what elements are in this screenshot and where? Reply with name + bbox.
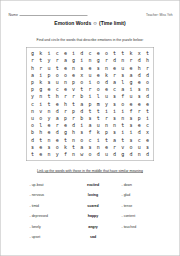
grid-cell: b xyxy=(78,115,86,122)
grid-cell: e xyxy=(127,100,135,107)
grid-cell: o xyxy=(143,79,151,86)
grid-cell: t xyxy=(119,136,127,143)
keyword-middle: happy xyxy=(71,214,116,218)
grid-cell: e xyxy=(94,50,102,57)
grid-cell: t xyxy=(102,136,110,143)
worksheet-page: Name Teacher: Miss Yeh Emotion Words ☺ (… xyxy=(0,0,180,256)
grid-cell: a xyxy=(53,115,61,122)
grid-cell: e xyxy=(61,122,69,129)
grid-cell: f xyxy=(127,108,135,115)
synonym-left: - up-beat xyxy=(1,183,71,187)
grid-cell: x xyxy=(143,129,151,136)
grid-cell: y xyxy=(45,115,53,122)
grid-cell: o xyxy=(29,122,37,129)
grid-cell: d xyxy=(102,79,110,86)
grid-cell: r xyxy=(61,108,69,115)
grid-cell: e xyxy=(94,72,102,79)
grid-cell: f xyxy=(61,151,69,158)
grid-cell: u xyxy=(102,93,110,100)
grid-cell: d xyxy=(53,129,61,136)
grid-cell: d xyxy=(135,72,143,79)
grid-cell: p xyxy=(29,86,37,93)
grid-cell: e xyxy=(53,136,61,143)
grid-cell: p xyxy=(69,79,77,86)
grid-cell: t xyxy=(37,57,45,64)
grid-cell: s xyxy=(127,122,135,129)
grid-cell: p xyxy=(102,129,110,136)
grid-cell: o xyxy=(86,151,94,158)
grid-cell: g xyxy=(37,86,45,93)
grid-cell: a xyxy=(78,144,86,151)
grid-cell: c xyxy=(86,50,94,57)
grid-cell: i xyxy=(94,136,102,143)
grid-cell: i xyxy=(110,108,118,115)
grid-cell: f xyxy=(119,93,127,100)
grid-cell: t xyxy=(29,151,37,158)
grid-cell: r xyxy=(143,64,151,71)
grid-cell: s xyxy=(86,115,94,122)
grid-cell: p xyxy=(29,79,37,86)
grid-cell: c xyxy=(53,50,61,57)
grid-cell: s xyxy=(143,144,151,151)
grid-cell: s xyxy=(127,115,135,122)
grid-cell: o xyxy=(94,79,102,86)
grid-cell: n xyxy=(29,108,37,115)
keyword-middle: scared xyxy=(71,204,116,208)
grid-cell: d xyxy=(110,57,118,64)
grid-cell: t xyxy=(110,50,118,57)
grid-cell: i xyxy=(127,129,135,136)
grid-cell: e xyxy=(61,86,69,93)
grid-cell: e xyxy=(135,122,143,129)
grid-cell: g xyxy=(94,57,102,64)
grid-cell: a xyxy=(110,136,118,143)
grid-cell: h xyxy=(37,129,45,136)
grid-cell: o xyxy=(53,144,61,151)
page-header: Name Teacher: Miss Yeh xyxy=(1,1,180,17)
grid-cell: r xyxy=(69,115,77,122)
grid-cell: s xyxy=(110,100,118,107)
keyword-middle: sad xyxy=(71,235,116,239)
grid-cell: r xyxy=(102,115,110,122)
grid-cell: n xyxy=(45,136,53,143)
grid-cell: r xyxy=(37,64,45,71)
grid-cell: d xyxy=(53,108,61,115)
grid-cell: h xyxy=(53,93,61,100)
grid-cell: g xyxy=(119,151,127,158)
grid-cell: o xyxy=(53,72,61,79)
grid-cell: i xyxy=(86,93,94,100)
grid-cell: a xyxy=(29,72,37,79)
grid-cell: p xyxy=(45,72,53,79)
grid-cell: l xyxy=(94,93,102,100)
grid-cell: i xyxy=(78,122,86,129)
grid-cell: a xyxy=(86,122,94,129)
grid-cell: r xyxy=(69,93,77,100)
grid-cell: r xyxy=(86,86,94,93)
grid-cell: c xyxy=(143,122,151,129)
grid-cell: s xyxy=(45,144,53,151)
synonym-left: - depressed xyxy=(1,214,71,218)
grid-cell: d xyxy=(127,151,135,158)
grid-cell: n xyxy=(119,115,127,122)
grid-cell: n xyxy=(86,57,94,64)
grid-cell: e xyxy=(135,79,143,86)
grid-cell: n xyxy=(45,108,53,115)
grid-cell: k xyxy=(37,50,45,57)
grid-cell: n xyxy=(37,93,45,100)
grid-cell: s xyxy=(78,64,86,71)
grid-cell: v xyxy=(119,144,127,151)
matching-rows: - up-beatexcited- down- nervousloving- g… xyxy=(1,179,180,242)
grid-cell: o xyxy=(78,79,86,86)
grid-cell: t xyxy=(37,136,45,143)
grid-cell: e xyxy=(45,86,53,93)
match-row: - lonelyangry- touched xyxy=(1,221,180,232)
grid-cell: i xyxy=(119,129,127,136)
grid-cell: v xyxy=(69,86,77,93)
grid-cell: s xyxy=(127,136,135,143)
grid-cell: k xyxy=(127,50,135,57)
grid-cell: i xyxy=(69,50,77,57)
grid-cell: u xyxy=(127,93,135,100)
grid-cell: s xyxy=(119,72,127,79)
grid-cell: s xyxy=(110,93,118,100)
grid-cell: s xyxy=(135,86,143,93)
grid-cell: e xyxy=(37,151,45,158)
name-label: Name xyxy=(9,13,18,17)
matching-instruction: Link up the words with those in the midd… xyxy=(1,169,180,173)
grid-cell: e xyxy=(102,86,110,93)
grid-cell: h xyxy=(29,64,37,71)
grid-cell: n xyxy=(110,122,118,129)
grid-cell: d xyxy=(143,93,151,100)
grid-cell: c xyxy=(110,86,118,93)
grid-cell: c xyxy=(29,100,37,107)
keyword-middle: loving xyxy=(71,193,116,197)
grid-cell: s xyxy=(135,93,143,100)
grid-cell: o xyxy=(37,115,45,122)
grid-cell: t xyxy=(143,108,151,115)
page-title: Emotion Words ☺ (Time limit) xyxy=(1,21,180,27)
grid-cell: h xyxy=(69,129,77,136)
grid-cell: g xyxy=(69,57,77,64)
match-row: - upsetsad xyxy=(1,232,180,243)
grid-cell: g xyxy=(127,79,135,86)
grid-cell: a xyxy=(110,79,118,86)
grid-cell: n xyxy=(102,122,110,129)
grid-cell: d xyxy=(29,136,37,143)
grid-cell: t xyxy=(119,50,127,57)
grid-cell: r xyxy=(110,144,118,151)
grid-cell: b xyxy=(78,93,86,100)
grid-cell: r xyxy=(53,57,61,64)
grid-cell: l xyxy=(37,122,45,129)
grid-cell: d xyxy=(110,151,118,158)
grid-cell: u xyxy=(45,64,53,71)
grid-cell: a xyxy=(119,86,127,93)
grid-cell: c xyxy=(86,136,94,143)
grid-cell: y xyxy=(29,93,37,100)
grid-cell: h xyxy=(135,64,143,71)
grid-cell: a xyxy=(127,72,135,79)
grid-cell: r xyxy=(102,57,110,64)
grid-cell: y xyxy=(102,100,110,107)
grid-cell: s xyxy=(86,144,94,151)
grid-cell: n xyxy=(94,144,102,151)
grid-cell: r xyxy=(110,72,118,79)
grid-cell: e xyxy=(86,64,94,71)
grid-cell: n xyxy=(69,151,77,158)
grid-cell: n xyxy=(102,64,110,71)
grid-cell: n xyxy=(143,86,151,93)
grid-cell: o xyxy=(127,144,135,151)
grid-cell: r xyxy=(53,122,61,129)
grid-cell: t xyxy=(45,93,53,100)
grid-cell: i xyxy=(78,57,86,64)
grid-cell: x xyxy=(135,50,143,57)
grid-cell: e xyxy=(143,100,151,107)
grid-cell: t xyxy=(94,108,102,115)
grid-cell: o xyxy=(102,50,110,57)
grid-cell: d xyxy=(78,50,86,57)
grid-cell: t xyxy=(45,100,53,107)
grid-cell: p xyxy=(86,100,94,107)
grid-cell: o xyxy=(94,86,102,93)
grid-cell: e xyxy=(69,72,77,79)
match-row: - timidscared- tense xyxy=(1,200,180,211)
grid-cell: s xyxy=(78,129,86,136)
synonym-right: - tense xyxy=(116,204,180,208)
grid-cell: g xyxy=(29,50,37,57)
synonym-left: - nervous xyxy=(1,193,71,197)
grid-cell: u xyxy=(86,72,94,79)
grid-cell: u xyxy=(53,79,61,86)
grid-cell: n xyxy=(61,79,69,86)
grid-cell: i xyxy=(86,79,94,86)
grid-cell: e xyxy=(53,100,61,107)
grid-cell: i xyxy=(127,86,135,93)
grid-cell: f xyxy=(86,129,94,136)
grid-cell: s xyxy=(29,144,37,151)
grid-cell: s xyxy=(45,79,53,86)
grid-cell: a xyxy=(61,57,69,64)
match-row: - depressedhappy- content xyxy=(1,211,180,222)
synonym-right: - touched xyxy=(116,225,180,229)
word-search-box: gkiceidceottkxtrtyragingrdnrdhhrutensesn… xyxy=(26,47,154,161)
teacher-label: Teacher: Miss Yeh xyxy=(146,13,172,17)
grid-cell: e xyxy=(37,144,45,151)
match-row: - up-beatexcited- down xyxy=(1,179,180,190)
grid-cell: t xyxy=(119,122,127,129)
grid-cell: r xyxy=(127,57,135,64)
grid-cell: p xyxy=(61,115,69,122)
grid-cell: m xyxy=(94,100,102,107)
grid-cell: n xyxy=(135,151,143,158)
grid-cell: y xyxy=(45,57,53,64)
grid-cell: t xyxy=(69,100,77,107)
grid-cell: e xyxy=(45,129,53,136)
grid-cell: k xyxy=(102,72,110,79)
grid-cell: o xyxy=(119,100,127,107)
grid-cell: s xyxy=(110,129,118,136)
grid-cell: k xyxy=(94,129,102,136)
grid-cell: e xyxy=(102,144,110,151)
grid-cell: u xyxy=(29,115,37,122)
grid-cell: d xyxy=(69,122,77,129)
grid-cell: u xyxy=(135,144,143,151)
grid-cell: d xyxy=(135,129,143,136)
grid-cell: v xyxy=(37,108,45,115)
grid-cell: n xyxy=(69,136,77,143)
grid-cell: s xyxy=(110,115,118,122)
grid-cell: i xyxy=(102,108,110,115)
grid-cell: u xyxy=(102,151,110,158)
grid-cell: g xyxy=(61,129,69,136)
grid-cell: l xyxy=(119,79,127,86)
grid-cell: r xyxy=(61,93,69,100)
keyword-middle: angry xyxy=(71,225,116,229)
grid-cell: d xyxy=(143,151,151,158)
grid-cell: e xyxy=(143,136,151,143)
grid-cell: e xyxy=(61,50,69,57)
grid-cell: e xyxy=(127,64,135,71)
synonym-left: - upset xyxy=(1,235,71,239)
synonym-right: - glad xyxy=(116,193,180,197)
grid-cell: c xyxy=(53,86,61,93)
grid-cell: u xyxy=(119,64,127,71)
grid-cell: i xyxy=(143,115,151,122)
grid-cell: k xyxy=(37,79,45,86)
grid-cell: c xyxy=(135,136,143,143)
grid-cell: w xyxy=(78,151,86,158)
grid-cell: e xyxy=(135,100,143,107)
grid-cell: n xyxy=(69,64,77,71)
grid-cell: t xyxy=(61,136,69,143)
grid-cell: a xyxy=(78,100,86,107)
grid-cell: o xyxy=(78,136,86,143)
match-row: - nervousloving- glad xyxy=(1,190,180,201)
synonym-left: - lonely xyxy=(1,225,71,229)
puzzle-instruction: Find and circle the words that describe … xyxy=(1,38,180,42)
synonym-right: - content xyxy=(116,214,180,218)
grid-cell: p xyxy=(135,115,143,122)
grid-cell: t xyxy=(53,64,61,71)
grid-cell: d xyxy=(135,57,143,64)
grid-cell: i xyxy=(37,100,45,107)
synonym-right: - down xyxy=(116,183,180,187)
keyword-middle: excited xyxy=(71,183,116,187)
name-field: Name xyxy=(9,12,88,17)
grid-cell: h xyxy=(61,100,69,107)
grid-cell: u xyxy=(94,122,102,129)
grid-cell: d xyxy=(94,151,102,158)
grid-cell: t xyxy=(78,86,86,93)
grid-cell: h xyxy=(143,57,151,64)
grid-cell: o xyxy=(61,72,69,79)
grid-cell: y xyxy=(53,151,61,158)
grid-cell: e xyxy=(61,64,69,71)
grid-cell: p xyxy=(69,108,77,115)
grid-cell: k xyxy=(61,144,69,151)
name-blank-line xyxy=(19,12,87,17)
synonym-left: - timid xyxy=(1,204,71,208)
grid-cell: i xyxy=(37,72,45,79)
grid-cell: t xyxy=(86,108,94,115)
grid-cell: e xyxy=(45,122,53,129)
grid-cell: d xyxy=(78,108,86,115)
grid-cell: r xyxy=(29,57,37,64)
grid-cell: i xyxy=(45,50,53,57)
grid-cell: x xyxy=(78,72,86,79)
word-search-grid: gkiceidceottkxtrtyragingrdnrdhhrutensesn… xyxy=(29,50,152,158)
grid-cell: r xyxy=(135,108,143,115)
grid-cell: n xyxy=(45,151,53,158)
grid-cell: i xyxy=(119,108,127,115)
grid-cell: d xyxy=(143,72,151,79)
grid-cell: t xyxy=(143,50,151,57)
grid-cell: n xyxy=(119,57,127,64)
grid-cell: e xyxy=(110,64,118,71)
grid-cell: t xyxy=(94,115,102,122)
grid-cell: s xyxy=(94,64,102,71)
grid-cell: b xyxy=(29,129,37,136)
grid-cell: t xyxy=(69,144,77,151)
